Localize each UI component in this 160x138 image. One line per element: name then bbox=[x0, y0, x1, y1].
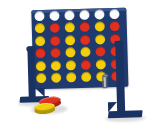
game-group bbox=[0, 0, 160, 138]
cell-r6-c2-yellow-disc bbox=[51, 73, 61, 83]
cell-r1-c4-empty bbox=[79, 10, 89, 20]
cell-r4-c2-red-disc bbox=[50, 48, 60, 58]
connect-four-photo bbox=[0, 0, 160, 138]
cell-r4-c4-yellow-disc bbox=[80, 47, 90, 57]
cell-r6-c3-yellow-disc bbox=[66, 72, 76, 82]
cell-r2-c6-red-disc bbox=[109, 21, 119, 31]
board-grid bbox=[31, 8, 128, 90]
cell-r5-c4-red-disc bbox=[80, 59, 90, 69]
cell-r4-c3-yellow-disc bbox=[65, 47, 75, 57]
right-support-foot bbox=[108, 110, 143, 118]
cell-r2-c4-red-disc bbox=[79, 22, 89, 32]
cell-r1-c3-empty bbox=[64, 10, 74, 20]
left-post-cap bbox=[26, 46, 35, 51]
cell-r2-c5-yellow-disc bbox=[94, 22, 104, 32]
loose-disc-yellow bbox=[34, 102, 56, 112]
cell-r3-c4-red-disc bbox=[80, 35, 90, 45]
cell-r3-c2-red-disc bbox=[50, 35, 60, 45]
cell-r3-c1-yellow-disc bbox=[35, 36, 45, 46]
metal-latch-icon bbox=[102, 75, 107, 88]
cell-r3-c3-yellow-disc bbox=[65, 35, 75, 45]
cell-r1-c5-empty bbox=[94, 9, 104, 19]
cell-r2-c2-red-disc bbox=[49, 23, 59, 33]
right-post-cap bbox=[114, 41, 123, 46]
latch-knob-icon bbox=[103, 74, 108, 77]
cell-r4-c1-red-disc bbox=[35, 48, 45, 58]
left-support-post bbox=[27, 46, 35, 99]
cell-r4-c5-red-disc bbox=[95, 46, 105, 56]
cell-r1-c6-empty bbox=[109, 9, 119, 19]
cell-r2-c3-yellow-disc bbox=[64, 23, 74, 33]
cell-r5-c3-yellow-disc bbox=[65, 60, 75, 70]
cell-r3-c5-yellow-disc bbox=[95, 34, 105, 44]
cell-r1-c1-empty bbox=[34, 11, 44, 21]
board-face bbox=[31, 8, 128, 90]
cell-r6-c4-yellow-disc bbox=[81, 72, 91, 82]
cell-r2-c1-yellow-disc bbox=[34, 23, 44, 33]
cell-r5-c5-yellow-disc bbox=[95, 59, 105, 69]
cell-r5-c2-yellow-disc bbox=[50, 60, 60, 70]
cell-r5-c1-yellow-disc bbox=[35, 61, 45, 71]
cell-r6-c1-yellow-disc bbox=[36, 73, 46, 83]
cell-r1-c2-empty bbox=[49, 11, 59, 21]
